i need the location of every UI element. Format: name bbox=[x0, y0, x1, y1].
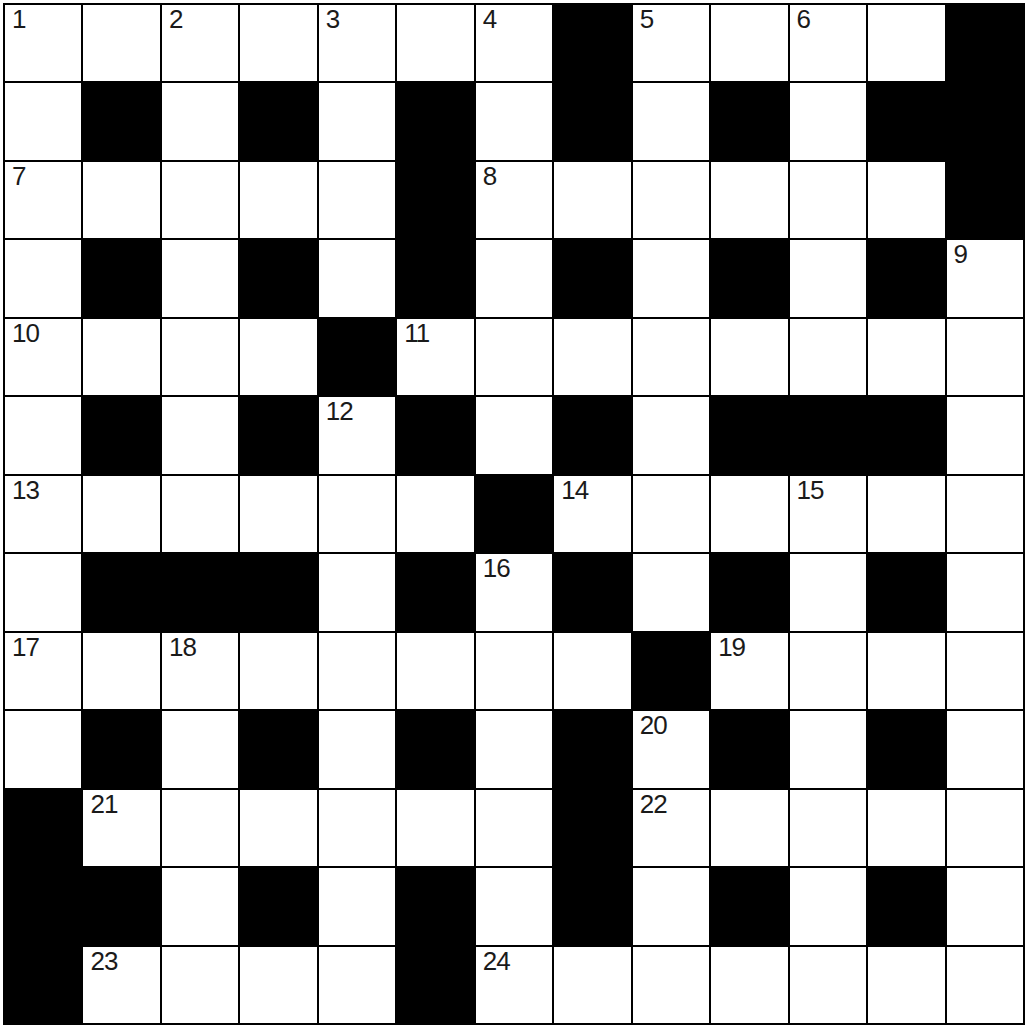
blocked-cell bbox=[554, 83, 630, 159]
blocked-cell bbox=[397, 162, 473, 238]
crossword-cell[interactable] bbox=[868, 319, 944, 395]
crossword-cell[interactable] bbox=[397, 5, 473, 81]
crossword-cell[interactable] bbox=[162, 790, 238, 866]
crossword-cell[interactable] bbox=[240, 162, 316, 238]
blocked-cell bbox=[83, 83, 159, 159]
blocked-cell bbox=[83, 397, 159, 473]
clue-number: 19 bbox=[718, 634, 745, 661]
crossword-cell[interactable] bbox=[790, 790, 866, 866]
blocked-cell bbox=[83, 711, 159, 787]
blocked-cell bbox=[240, 711, 316, 787]
clue-number: 12 bbox=[326, 398, 353, 425]
crossword-cell[interactable] bbox=[476, 790, 552, 866]
blocked-cell bbox=[633, 633, 709, 709]
blocked-cell bbox=[240, 554, 316, 630]
crossword-cell[interactable] bbox=[633, 162, 709, 238]
crossword-cell[interactable]: 13 bbox=[5, 476, 81, 552]
clue-number: 13 bbox=[12, 477, 39, 504]
crossword-cell[interactable] bbox=[790, 633, 866, 709]
blocked-cell bbox=[554, 554, 630, 630]
crossword-cell[interactable]: 14 bbox=[554, 476, 630, 552]
blocked-cell bbox=[868, 554, 944, 630]
blocked-cell bbox=[240, 397, 316, 473]
crossword-cell[interactable]: 4 bbox=[476, 5, 552, 81]
clue-number: 10 bbox=[12, 320, 39, 347]
crossword-cell[interactable] bbox=[476, 711, 552, 787]
crossword-cell[interactable] bbox=[790, 554, 866, 630]
crossword-cell[interactable] bbox=[319, 554, 395, 630]
crossword-cell[interactable]: 6 bbox=[790, 5, 866, 81]
crossword-cell[interactable] bbox=[790, 947, 866, 1023]
blocked-cell bbox=[868, 711, 944, 787]
crossword-cell[interactable] bbox=[711, 947, 787, 1023]
crossword-cell[interactable] bbox=[162, 162, 238, 238]
crossword-cell[interactable] bbox=[633, 476, 709, 552]
blocked-cell bbox=[397, 240, 473, 316]
crossword-cell[interactable] bbox=[476, 397, 552, 473]
blocked-cell bbox=[947, 162, 1023, 238]
crossword-cell[interactable] bbox=[5, 240, 81, 316]
blocked-cell bbox=[319, 319, 395, 395]
crossword-cell[interactable] bbox=[868, 790, 944, 866]
crossword-cell[interactable] bbox=[947, 633, 1023, 709]
crossword-cell[interactable] bbox=[790, 240, 866, 316]
crossword-cell[interactable] bbox=[947, 868, 1023, 944]
blocked-cell bbox=[711, 83, 787, 159]
crossword-cell[interactable] bbox=[554, 633, 630, 709]
clue-number: 22 bbox=[640, 791, 667, 818]
crossword-cell[interactable] bbox=[319, 790, 395, 866]
blocked-cell bbox=[397, 711, 473, 787]
crossword-cell[interactable] bbox=[240, 947, 316, 1023]
crossword-cell[interactable] bbox=[397, 633, 473, 709]
crossword-cell[interactable] bbox=[319, 947, 395, 1023]
crossword-cell[interactable] bbox=[790, 162, 866, 238]
crossword-cell[interactable]: 23 bbox=[83, 947, 159, 1023]
blocked-cell bbox=[711, 554, 787, 630]
crossword-cell[interactable] bbox=[476, 83, 552, 159]
clue-number: 6 bbox=[797, 6, 810, 33]
crossword-cell[interactable] bbox=[319, 711, 395, 787]
blocked-cell bbox=[397, 397, 473, 473]
blocked-cell bbox=[5, 947, 81, 1023]
crossword-cell[interactable]: 18 bbox=[162, 633, 238, 709]
clue-number: 20 bbox=[640, 712, 667, 739]
crossword-cell[interactable] bbox=[240, 476, 316, 552]
crossword-cell[interactable] bbox=[554, 319, 630, 395]
crossword-cell[interactable]: 5 bbox=[633, 5, 709, 81]
blocked-cell bbox=[711, 711, 787, 787]
crossword-cell[interactable] bbox=[633, 868, 709, 944]
crossword-cell[interactable] bbox=[633, 947, 709, 1023]
blocked-cell bbox=[83, 868, 159, 944]
crossword-cell[interactable] bbox=[5, 397, 81, 473]
blocked-cell bbox=[476, 476, 552, 552]
blocked-cell bbox=[397, 947, 473, 1023]
crossword-cell[interactable] bbox=[397, 790, 473, 866]
crossword-cell[interactable] bbox=[397, 476, 473, 552]
crossword-cell[interactable] bbox=[162, 947, 238, 1023]
crossword-cell[interactable] bbox=[476, 633, 552, 709]
crossword-cell[interactable] bbox=[476, 319, 552, 395]
crossword-cell[interactable] bbox=[240, 319, 316, 395]
clue-number: 18 bbox=[169, 634, 196, 661]
crossword-cell[interactable]: 7 bbox=[5, 162, 81, 238]
clue-number: 24 bbox=[483, 948, 510, 975]
crossword-cell[interactable] bbox=[633, 319, 709, 395]
crossword-cell[interactable] bbox=[5, 711, 81, 787]
blocked-cell bbox=[397, 868, 473, 944]
crossword-cell[interactable] bbox=[162, 397, 238, 473]
crossword-cell[interactable] bbox=[162, 711, 238, 787]
crossword-cell[interactable]: 20 bbox=[633, 711, 709, 787]
crossword-cell[interactable] bbox=[868, 633, 944, 709]
crossword-cell[interactable]: 3 bbox=[319, 5, 395, 81]
crossword-cell[interactable] bbox=[162, 868, 238, 944]
blocked-cell bbox=[947, 83, 1023, 159]
crossword-cell[interactable] bbox=[947, 790, 1023, 866]
crossword-grid: 123456789101112131415161718192021222324 bbox=[3, 3, 1025, 1025]
crossword-cell[interactable] bbox=[162, 240, 238, 316]
blocked-cell bbox=[240, 240, 316, 316]
clue-number: 11 bbox=[404, 320, 429, 347]
crossword-cell[interactable] bbox=[711, 162, 787, 238]
crossword-cell[interactable] bbox=[162, 319, 238, 395]
blocked-cell bbox=[554, 5, 630, 81]
crossword-cell[interactable] bbox=[868, 947, 944, 1023]
crossword-cell[interactable] bbox=[868, 476, 944, 552]
crossword-cell[interactable]: 2 bbox=[162, 5, 238, 81]
crossword-cell[interactable] bbox=[162, 476, 238, 552]
clue-number: 17 bbox=[12, 634, 39, 661]
crossword-cell[interactable] bbox=[319, 476, 395, 552]
blocked-cell bbox=[711, 397, 787, 473]
crossword-cell[interactable] bbox=[319, 83, 395, 159]
blocked-cell bbox=[397, 554, 473, 630]
blocked-cell bbox=[162, 554, 238, 630]
crossword-cell[interactable] bbox=[790, 711, 866, 787]
clue-number: 14 bbox=[561, 477, 588, 504]
clue-number: 2 bbox=[169, 6, 182, 33]
crossword-cell[interactable]: 8 bbox=[476, 162, 552, 238]
blocked-cell bbox=[711, 868, 787, 944]
crossword-cell[interactable] bbox=[790, 83, 866, 159]
clue-number: 15 bbox=[797, 477, 824, 504]
crossword-cell[interactable] bbox=[83, 319, 159, 395]
crossword-cell[interactable] bbox=[947, 397, 1023, 473]
clue-number: 9 bbox=[954, 241, 967, 268]
crossword-cell[interactable] bbox=[868, 5, 944, 81]
crossword-cell[interactable] bbox=[319, 240, 395, 316]
crossword-cell[interactable] bbox=[240, 790, 316, 866]
blocked-cell bbox=[868, 83, 944, 159]
blocked-cell bbox=[554, 790, 630, 866]
crossword-cell[interactable]: 1 bbox=[5, 5, 81, 81]
blocked-cell bbox=[711, 240, 787, 316]
crossword-cell[interactable] bbox=[319, 633, 395, 709]
crossword-cell[interactable] bbox=[633, 554, 709, 630]
crossword-cell[interactable] bbox=[240, 5, 316, 81]
clue-number: 1 bbox=[12, 6, 25, 33]
crossword-cell[interactable] bbox=[711, 5, 787, 81]
clue-number: 21 bbox=[90, 791, 117, 818]
crossword-cell[interactable] bbox=[240, 633, 316, 709]
crossword-cell[interactable]: 9 bbox=[947, 240, 1023, 316]
crossword-cell[interactable]: 17 bbox=[5, 633, 81, 709]
crossword-cell[interactable] bbox=[947, 711, 1023, 787]
crossword-cell[interactable] bbox=[790, 319, 866, 395]
crossword-cell[interactable] bbox=[5, 83, 81, 159]
crossword-cell[interactable] bbox=[554, 162, 630, 238]
crossword-cell[interactable] bbox=[83, 476, 159, 552]
clue-number: 16 bbox=[483, 555, 510, 582]
crossword-cell[interactable] bbox=[162, 83, 238, 159]
clue-number: 23 bbox=[90, 948, 117, 975]
crossword-cell[interactable] bbox=[711, 790, 787, 866]
clue-number: 3 bbox=[326, 6, 339, 33]
crossword-cell[interactable] bbox=[868, 162, 944, 238]
blocked-cell bbox=[790, 397, 866, 473]
crossword-cell[interactable]: 22 bbox=[633, 790, 709, 866]
blocked-cell bbox=[240, 868, 316, 944]
crossword-cell[interactable] bbox=[633, 83, 709, 159]
crossword-cell[interactable] bbox=[319, 868, 395, 944]
blocked-cell bbox=[554, 397, 630, 473]
crossword-cell[interactable]: 19 bbox=[711, 633, 787, 709]
clue-number: 5 bbox=[640, 6, 653, 33]
crossword-cell[interactable]: 16 bbox=[476, 554, 552, 630]
crossword-cell[interactable] bbox=[83, 633, 159, 709]
blocked-cell bbox=[554, 868, 630, 944]
clue-number: 7 bbox=[12, 163, 25, 190]
crossword-cell[interactable]: 21 bbox=[83, 790, 159, 866]
crossword-cell[interactable]: 24 bbox=[476, 947, 552, 1023]
crossword-cell[interactable] bbox=[633, 397, 709, 473]
crossword-cell[interactable] bbox=[83, 5, 159, 81]
clue-number: 8 bbox=[483, 163, 496, 190]
blocked-cell bbox=[5, 790, 81, 866]
blocked-cell bbox=[868, 397, 944, 473]
crossword-cell[interactable] bbox=[947, 554, 1023, 630]
blocked-cell bbox=[83, 554, 159, 630]
blocked-cell bbox=[554, 240, 630, 316]
blocked-cell bbox=[947, 5, 1023, 81]
crossword-cell[interactable]: 15 bbox=[790, 476, 866, 552]
crossword-cell[interactable]: 11 bbox=[397, 319, 473, 395]
crossword-cell[interactable] bbox=[5, 554, 81, 630]
crossword-cell[interactable] bbox=[711, 476, 787, 552]
crossword-cell[interactable] bbox=[947, 947, 1023, 1023]
clue-number: 4 bbox=[483, 6, 496, 33]
blocked-cell bbox=[240, 83, 316, 159]
crossword-cell[interactable] bbox=[476, 240, 552, 316]
crossword-cell[interactable]: 12 bbox=[319, 397, 395, 473]
crossword-cell[interactable] bbox=[476, 868, 552, 944]
blocked-cell bbox=[868, 240, 944, 316]
crossword-cell[interactable] bbox=[947, 476, 1023, 552]
blocked-cell bbox=[868, 868, 944, 944]
crossword-cell[interactable] bbox=[790, 868, 866, 944]
blocked-cell bbox=[5, 868, 81, 944]
crossword-cell[interactable]: 10 bbox=[5, 319, 81, 395]
blocked-cell bbox=[554, 711, 630, 787]
crossword-cell[interactable] bbox=[319, 162, 395, 238]
crossword-cell[interactable] bbox=[633, 240, 709, 316]
blocked-cell bbox=[83, 240, 159, 316]
crossword-cell[interactable] bbox=[83, 162, 159, 238]
blocked-cell bbox=[397, 83, 473, 159]
crossword-cell[interactable] bbox=[711, 319, 787, 395]
crossword-cell[interactable] bbox=[554, 947, 630, 1023]
crossword-cell[interactable] bbox=[947, 319, 1023, 395]
